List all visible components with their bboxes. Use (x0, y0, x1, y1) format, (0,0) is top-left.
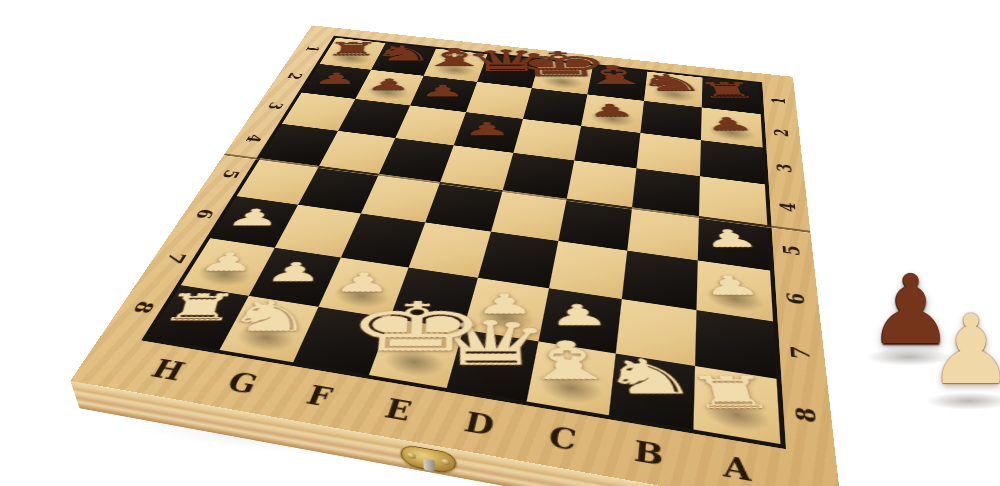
brass-clasp-latch (400, 444, 456, 475)
pawn-glyph: ♟ (585, 102, 636, 119)
product-photo-stage: HGFEDCBA1122334455667788 ♜♞♝♚♛♝♞♜♟♟♟♟♟♟♟… (0, 0, 1000, 486)
board-tilt: HGFEDCBA1122334455667788 ♜♞♝♚♛♝♞♜♟♟♟♟♟♟♟… (70, 25, 842, 486)
file-label-E: E (349, 379, 445, 443)
square-B8[interactable] (609, 354, 695, 430)
pawn-glyph: ♟ (311, 71, 359, 86)
rook-glyph: ♜ (693, 80, 761, 101)
file-label-F: F (270, 366, 368, 428)
pawn-glyph: ♟ (701, 115, 756, 133)
pawn-glyph: ♟ (419, 83, 466, 99)
off-board-light-pawn[interactable]: ♟ (928, 302, 1000, 398)
file-label-B: B (602, 419, 693, 486)
square-C8[interactable] (527, 341, 616, 415)
square-D8[interactable] (447, 330, 539, 402)
clasp-pin-icon (423, 458, 435, 471)
pawn-glyph: ♟ (462, 120, 512, 138)
board-box: HGFEDCBA1122334455667788 ♜♞♝♚♛♝♞♜♟♟♟♟♟♟♟… (70, 25, 842, 486)
pawn-glyph: ♟ (364, 77, 411, 93)
square-A8[interactable] (693, 366, 780, 444)
perspective-scene: HGFEDCBA1122334455667788 ♜♞♝♚♛♝♞♜♟♟♟♟♟♟♟… (0, 0, 1000, 486)
